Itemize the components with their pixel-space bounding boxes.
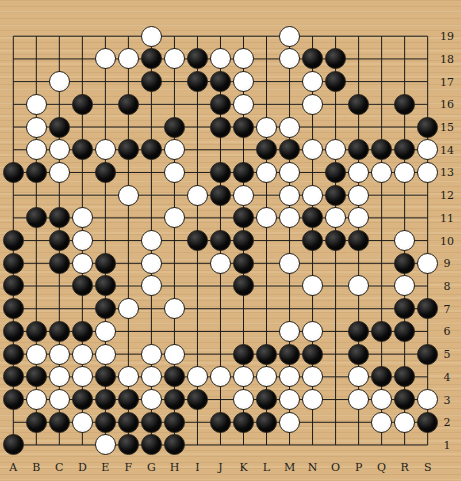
black-stone-B11 [26,207,47,228]
white-stone-M4 [279,366,300,387]
white-stone-L11 [256,207,277,228]
white-stone-E14 [95,139,116,160]
black-stone-E8 [95,275,116,296]
black-stone-R9 [394,253,415,274]
black-stone-N5 [302,344,323,365]
black-stone-O13 [325,162,346,183]
white-stone-M19 [279,26,300,47]
white-stone-G4 [141,366,162,387]
white-stone-R2 [394,412,415,433]
black-stone-A6 [3,321,24,342]
black-stone-I3 [187,389,208,410]
white-stone-M18 [279,48,300,69]
black-stone-I17 [187,71,208,92]
black-stone-P5 [348,344,369,365]
white-stone-J18 [210,48,231,69]
black-stone-K13 [233,162,254,183]
white-stone-H5 [164,344,185,365]
white-stone-E5 [95,344,116,365]
black-stone-G17 [141,71,162,92]
black-stone-I18 [187,48,208,69]
col-label-R: R [400,461,408,474]
black-stone-B13 [26,162,47,183]
black-stone-A1 [3,434,24,455]
black-stone-H2 [164,412,185,433]
black-stone-S2 [417,412,438,433]
black-stone-H3 [164,389,185,410]
white-stone-F12 [118,185,139,206]
black-stone-C9 [49,253,70,274]
white-stone-K4 [233,366,254,387]
black-stone-B6 [26,321,47,342]
white-stone-N12 [302,185,323,206]
black-stone-H4 [164,366,185,387]
black-stone-F16 [118,94,139,115]
white-stone-O14 [325,139,346,160]
white-stone-K16 [233,94,254,115]
row-label-3: 3 [444,393,451,406]
black-stone-E2 [95,412,116,433]
white-stone-C13 [49,162,70,183]
white-stone-F7 [118,298,139,319]
white-stone-F18 [118,48,139,69]
white-stone-E6 [95,321,116,342]
white-stone-M11 [279,207,300,228]
white-stone-E18 [95,48,116,69]
black-stone-G2 [141,412,162,433]
white-stone-N17 [302,71,323,92]
white-stone-B14 [26,139,47,160]
black-stone-R4 [394,366,415,387]
white-stone-L15 [256,117,277,138]
black-stone-K5 [233,344,254,365]
col-label-S: S [424,461,432,474]
white-stone-S3 [417,389,438,410]
col-label-C: C [55,461,63,474]
white-stone-Q13 [371,162,392,183]
black-stone-H1 [164,434,185,455]
white-stone-H13 [164,162,185,183]
white-stone-N14 [302,139,323,160]
black-stone-L2 [256,412,277,433]
white-stone-M2 [279,412,300,433]
black-stone-F1 [118,434,139,455]
go-board[interactable]: ABCDEFGHIJKLMNOPQRS191817161514131211109… [0,0,461,481]
white-stone-C5 [49,344,70,365]
white-stone-H14 [164,139,185,160]
black-stone-A4 [3,366,24,387]
white-stone-G10 [141,230,162,251]
black-stone-E13 [95,162,116,183]
black-stone-K2 [233,412,254,433]
black-stone-Q4 [371,366,392,387]
white-stone-D10 [72,230,93,251]
col-label-H: H [170,461,180,474]
row-label-9: 9 [444,257,451,270]
black-stone-R14 [394,139,415,160]
white-stone-D4 [72,366,93,387]
black-stone-R3 [394,389,415,410]
black-stone-K9 [233,253,254,274]
black-stone-K10 [233,230,254,251]
black-stone-G14 [141,139,162,160]
white-stone-M9 [279,253,300,274]
white-stone-L13 [256,162,277,183]
black-stone-A7 [3,298,24,319]
col-label-Q: Q [377,461,386,474]
white-stone-H18 [164,48,185,69]
black-stone-J12 [210,185,231,206]
white-stone-G8 [141,275,162,296]
black-stone-A13 [3,162,24,183]
white-stone-B16 [26,94,47,115]
white-stone-M13 [279,162,300,183]
black-stone-N18 [302,48,323,69]
black-stone-F2 [118,412,139,433]
black-stone-E3 [95,389,116,410]
row-label-10: 10 [440,234,454,247]
stones-layer[interactable] [2,25,439,456]
black-stone-H15 [164,117,185,138]
white-stone-K12 [233,185,254,206]
row-label-18: 18 [440,52,454,65]
white-stone-C3 [49,389,70,410]
white-stone-C14 [49,139,70,160]
row-label-19: 19 [440,30,454,43]
black-stone-C6 [49,321,70,342]
row-label-11: 11 [440,211,454,224]
white-stone-N4 [302,366,323,387]
black-stone-I10 [187,230,208,251]
white-stone-M3 [279,389,300,410]
white-stone-D11 [72,207,93,228]
white-stone-J9 [210,253,231,274]
col-label-D: D [78,461,87,474]
white-stone-P12 [348,185,369,206]
white-stone-R10 [394,230,415,251]
white-stone-E1 [95,434,116,455]
black-stone-S15 [417,117,438,138]
white-stone-C4 [49,366,70,387]
black-stone-C11 [49,207,70,228]
col-label-I: I [195,461,199,474]
white-stone-D9 [72,253,93,274]
black-stone-G18 [141,48,162,69]
white-stone-K17 [233,71,254,92]
black-stone-B4 [26,366,47,387]
black-stone-K15 [233,117,254,138]
black-stone-C2 [49,412,70,433]
white-stone-J4 [210,366,231,387]
black-stone-F14 [118,139,139,160]
row-label-4: 4 [444,370,451,383]
white-stone-R13 [394,162,415,183]
white-stone-N6 [302,321,323,342]
white-stone-H11 [164,207,185,228]
black-stone-D3 [72,389,93,410]
row-label-12: 12 [440,189,454,202]
white-stone-O11 [325,207,346,228]
row-label-15: 15 [440,121,454,134]
row-label-1: 1 [444,438,451,451]
white-stone-S14 [417,139,438,160]
row-label-7: 7 [444,302,451,315]
white-stone-I12 [187,185,208,206]
white-stone-B5 [26,344,47,365]
col-label-L: L [263,461,270,474]
black-stone-A8 [3,275,24,296]
black-stone-J2 [210,412,231,433]
col-label-O: O [331,461,340,474]
black-stone-M14 [279,139,300,160]
white-stone-P4 [348,366,369,387]
white-stone-I4 [187,366,208,387]
black-stone-S7 [417,298,438,319]
row-label-6: 6 [444,325,451,338]
black-stone-J15 [210,117,231,138]
black-stone-O17 [325,71,346,92]
white-stone-Q2 [371,412,392,433]
white-stone-K3 [233,389,254,410]
row-label-2: 2 [444,416,451,429]
black-stone-G1 [141,434,162,455]
col-label-N: N [308,461,318,474]
black-stone-J10 [210,230,231,251]
black-stone-P16 [348,94,369,115]
white-stone-N3 [302,389,323,410]
white-stone-D5 [72,344,93,365]
black-stone-N11 [302,207,323,228]
black-stone-L14 [256,139,277,160]
black-stone-S5 [417,344,438,365]
white-stone-K18 [233,48,254,69]
white-stone-G9 [141,253,162,274]
white-stone-P13 [348,162,369,183]
row-label-8: 8 [444,280,451,293]
white-stone-D2 [72,412,93,433]
white-stone-N16 [302,94,323,115]
black-stone-J17 [210,71,231,92]
row-label-16: 16 [440,98,454,111]
black-stone-M5 [279,344,300,365]
row-label-5: 5 [444,348,451,361]
white-stone-M6 [279,321,300,342]
white-stone-R8 [394,275,415,296]
white-stone-S13 [417,162,438,183]
col-label-G: G [147,461,156,474]
black-stone-D16 [72,94,93,115]
white-stone-P3 [348,389,369,410]
white-stone-P8 [348,275,369,296]
black-stone-P6 [348,321,369,342]
white-stone-L4 [256,366,277,387]
black-stone-J13 [210,162,231,183]
black-stone-E7 [95,298,116,319]
black-stone-Q14 [371,139,392,160]
black-stone-P10 [348,230,369,251]
row-label-17: 17 [440,75,454,88]
black-stone-A10 [3,230,24,251]
black-stone-O12 [325,185,346,206]
black-stone-F3 [118,389,139,410]
white-stone-F4 [118,366,139,387]
col-label-K: K [239,461,247,474]
black-stone-L3 [256,389,277,410]
black-stone-C15 [49,117,70,138]
black-stone-D6 [72,321,93,342]
col-label-J: J [218,461,222,474]
black-stone-Q6 [371,321,392,342]
black-stone-L5 [256,344,277,365]
col-label-M: M [284,461,295,474]
black-stone-O18 [325,48,346,69]
black-stone-J16 [210,94,231,115]
black-stone-R6 [394,321,415,342]
white-stone-S9 [417,253,438,274]
white-stone-G19 [141,26,162,47]
black-stone-C10 [49,230,70,251]
white-stone-N8 [302,275,323,296]
white-stone-G3 [141,389,162,410]
black-stone-D8 [72,275,93,296]
black-stone-K11 [233,207,254,228]
black-stone-A5 [3,344,24,365]
black-stone-D14 [72,139,93,160]
col-label-A: A [9,461,17,474]
black-stone-O10 [325,230,346,251]
black-stone-P14 [348,139,369,160]
black-stone-B2 [26,412,47,433]
white-stone-P11 [348,207,369,228]
col-label-B: B [32,461,40,474]
white-stone-M12 [279,185,300,206]
white-stone-G5 [141,344,162,365]
white-stone-C17 [49,71,70,92]
row-label-14: 14 [440,143,454,156]
black-stone-A3 [3,389,24,410]
row-label-13: 13 [440,166,454,179]
black-stone-E9 [95,253,116,274]
col-label-F: F [125,461,133,474]
black-stone-R7 [394,298,415,319]
white-stone-B15 [26,117,47,138]
col-label-P: P [355,461,362,474]
black-stone-N10 [302,230,323,251]
black-stone-A9 [3,253,24,274]
white-stone-B3 [26,389,47,410]
white-stone-Q3 [371,389,392,410]
black-stone-E4 [95,366,116,387]
white-stone-H7 [164,298,185,319]
col-label-E: E [101,461,109,474]
black-stone-K8 [233,275,254,296]
white-stone-M15 [279,117,300,138]
black-stone-R16 [394,94,415,115]
